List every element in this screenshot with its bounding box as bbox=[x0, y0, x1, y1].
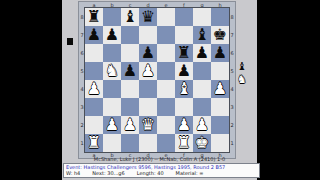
chess-board: abcdefgh 87654321 87654321 abcdefgh ♜♝♛♟… bbox=[79, 2, 235, 158]
black-pawn: ♟ bbox=[177, 62, 191, 80]
white-knight-icon: ♞ bbox=[237, 73, 247, 86]
white-pawn: ♟ bbox=[105, 116, 119, 134]
square-f8[interactable] bbox=[175, 8, 193, 26]
white-bishop: ♝ bbox=[177, 80, 191, 98]
square-a2[interactable] bbox=[85, 116, 103, 134]
square-d6[interactable]: ♟ bbox=[139, 44, 157, 62]
chess-viewer-window: abcdefgh 87654321 87654321 abcdefgh ♜♝♛♟… bbox=[62, 0, 257, 180]
black-pawn: ♟ bbox=[213, 44, 227, 62]
square-a6[interactable] bbox=[85, 44, 103, 62]
black-rook: ♜ bbox=[177, 44, 191, 62]
black-bishop: ♝ bbox=[195, 26, 209, 44]
material-label: Material: = bbox=[176, 170, 204, 176]
square-f2[interactable]: ♟ bbox=[175, 116, 193, 134]
square-d2[interactable]: ♛ bbox=[139, 116, 157, 134]
square-e8[interactable] bbox=[157, 8, 175, 26]
square-e6[interactable] bbox=[157, 44, 175, 62]
square-d3[interactable] bbox=[139, 98, 157, 116]
square-e1[interactable] bbox=[157, 134, 175, 152]
square-b4[interactable] bbox=[103, 80, 121, 98]
square-g5[interactable] bbox=[193, 62, 211, 80]
black-king: ♚ bbox=[213, 26, 227, 44]
square-h7[interactable]: ♚ bbox=[211, 26, 229, 44]
square-h2[interactable] bbox=[211, 116, 229, 134]
square-b1[interactable] bbox=[103, 134, 121, 152]
square-d8[interactable]: ♛ bbox=[139, 8, 157, 26]
square-a4[interactable]: ♟ bbox=[85, 80, 103, 98]
square-b7[interactable]: ♟ bbox=[103, 26, 121, 44]
square-c6[interactable] bbox=[121, 44, 139, 62]
black-pawn: ♟ bbox=[141, 44, 155, 62]
square-a5[interactable] bbox=[85, 62, 103, 80]
square-f6[interactable]: ♜ bbox=[175, 44, 193, 62]
white-pawn: ♟ bbox=[213, 80, 227, 98]
square-a7[interactable]: ♟ bbox=[85, 26, 103, 44]
square-g4[interactable] bbox=[193, 80, 211, 98]
square-e4[interactable] bbox=[157, 80, 175, 98]
square-c4[interactable] bbox=[121, 80, 139, 98]
square-g2[interactable]: ♟ bbox=[193, 116, 211, 134]
square-f1[interactable]: ♜ bbox=[175, 134, 193, 152]
next-move-label: Next: 30...g6 bbox=[92, 170, 124, 176]
game-length-label: Length: 40 bbox=[137, 170, 164, 176]
black-to-move-indicator bbox=[67, 38, 73, 45]
square-b6[interactable] bbox=[103, 44, 121, 62]
white-pawn: ♟ bbox=[195, 116, 209, 134]
black-pawn: ♟ bbox=[87, 26, 101, 44]
black-pawn: ♟ bbox=[123, 62, 137, 80]
square-g1[interactable]: ♚ bbox=[193, 134, 211, 152]
coordinate-label: 2 bbox=[229, 116, 235, 134]
square-c8[interactable]: ♝ bbox=[121, 8, 139, 26]
square-c5[interactable]: ♟ bbox=[121, 62, 139, 80]
black-pawn: ♟ bbox=[195, 44, 209, 62]
video-frame: abcdefgh 87654321 87654321 abcdefgh ♜♝♛♟… bbox=[0, 0, 320, 180]
square-b3[interactable] bbox=[103, 98, 121, 116]
square-c7[interactable] bbox=[121, 26, 139, 44]
square-c3[interactable] bbox=[121, 98, 139, 116]
square-h6[interactable]: ♟ bbox=[211, 44, 229, 62]
game-info-box: Event: Hastings Challengers 9596, Hastin… bbox=[63, 163, 260, 178]
players-caption: McShane, Luke J (2300) -- McNab, Colin A… bbox=[62, 156, 257, 162]
white-rook: ♜ bbox=[177, 134, 191, 152]
square-b5[interactable]: ♞ bbox=[103, 62, 121, 80]
square-b8[interactable] bbox=[103, 8, 121, 26]
square-a3[interactable] bbox=[85, 98, 103, 116]
white-pawn: ♟ bbox=[123, 116, 137, 134]
square-h5[interactable] bbox=[211, 62, 229, 80]
square-g8[interactable] bbox=[193, 8, 211, 26]
black-rook: ♜ bbox=[87, 8, 101, 26]
square-g7[interactable]: ♝ bbox=[193, 26, 211, 44]
square-e5[interactable] bbox=[157, 62, 175, 80]
last-move-label: W: h4 bbox=[66, 170, 80, 176]
square-f5[interactable]: ♟ bbox=[175, 62, 193, 80]
square-e3[interactable] bbox=[157, 98, 175, 116]
coordinate-label: 8 bbox=[229, 8, 235, 26]
square-g3[interactable] bbox=[193, 98, 211, 116]
white-queen: ♛ bbox=[141, 116, 155, 134]
material-tray: ♝ ♞ bbox=[235, 60, 249, 86]
square-a8[interactable]: ♜ bbox=[85, 8, 103, 26]
square-h8[interactable] bbox=[211, 8, 229, 26]
white-pawn: ♟ bbox=[177, 116, 191, 134]
coordinate-label: 1 bbox=[229, 134, 235, 152]
square-e2[interactable] bbox=[157, 116, 175, 134]
board-grid: ♜♝♛♟♟♝♚♟♜♟♟♞♟♟♟♟♝♟♟♟♛♟♟♜♜♚ bbox=[85, 8, 229, 152]
white-knight: ♞ bbox=[105, 62, 119, 80]
square-h4[interactable]: ♟ bbox=[211, 80, 229, 98]
square-f7[interactable] bbox=[175, 26, 193, 44]
move-info-line: W: h4 Next: 30...g6 Length: 40 Material:… bbox=[66, 170, 257, 176]
white-rook: ♜ bbox=[87, 134, 101, 152]
square-d7[interactable] bbox=[139, 26, 157, 44]
black-bishop-icon: ♝ bbox=[237, 60, 247, 73]
square-a1[interactable]: ♜ bbox=[85, 134, 103, 152]
square-f4[interactable]: ♝ bbox=[175, 80, 193, 98]
white-king: ♚ bbox=[195, 134, 209, 152]
coordinate-label: 3 bbox=[229, 98, 235, 116]
black-bishop: ♝ bbox=[123, 8, 137, 26]
square-f3[interactable] bbox=[175, 98, 193, 116]
square-d4[interactable] bbox=[139, 80, 157, 98]
square-e7[interactable] bbox=[157, 26, 175, 44]
white-pawn: ♟ bbox=[141, 62, 155, 80]
square-h1[interactable] bbox=[211, 134, 229, 152]
square-c1[interactable] bbox=[121, 134, 139, 152]
square-d1[interactable] bbox=[139, 134, 157, 152]
square-c2[interactable]: ♟ bbox=[121, 116, 139, 134]
black-pawn: ♟ bbox=[105, 26, 119, 44]
square-d5[interactable]: ♟ bbox=[139, 62, 157, 80]
coordinate-label: 7 bbox=[229, 26, 235, 44]
square-h3[interactable] bbox=[211, 98, 229, 116]
square-b2[interactable]: ♟ bbox=[103, 116, 121, 134]
black-queen: ♛ bbox=[141, 8, 155, 26]
square-g6[interactable]: ♟ bbox=[193, 44, 211, 62]
white-pawn: ♟ bbox=[87, 80, 101, 98]
